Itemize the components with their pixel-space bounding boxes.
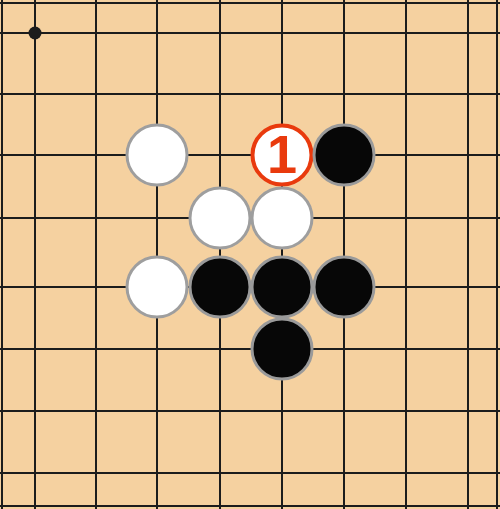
grid-line-horizontal [0, 32, 500, 34]
stone-black [189, 256, 252, 319]
stone-black [251, 256, 314, 319]
grid-line-horizontal [0, 472, 500, 474]
grid-line-vertical [405, 0, 407, 509]
board-edge-line-left [1, 0, 3, 509]
board-edge-line-right [496, 0, 498, 509]
stone-white [251, 187, 314, 250]
stone-black [313, 124, 376, 187]
stone-black [313, 256, 376, 319]
stone-white [126, 124, 189, 187]
grid-line-horizontal [0, 93, 500, 95]
grid-line-vertical [467, 0, 469, 509]
stone-black [251, 318, 314, 381]
grid-line-horizontal [0, 410, 500, 412]
grid-line-vertical [219, 0, 221, 509]
grid-line-vertical [281, 0, 283, 509]
board-edge-line-bottom [0, 505, 500, 507]
grid-line-vertical [343, 0, 345, 509]
board-edge-line-top [0, 2, 500, 4]
stone-white [126, 256, 189, 319]
grid-line-vertical [34, 0, 36, 509]
stone-white-move-1: 1 [251, 124, 314, 187]
go-board[interactable]: 1 [0, 0, 500, 509]
grid-line-vertical [156, 0, 158, 509]
stone-white [189, 187, 252, 250]
grid-line-vertical [95, 0, 97, 509]
move-number-label: 1 [267, 127, 297, 184]
star-point-hoshi [29, 27, 42, 40]
